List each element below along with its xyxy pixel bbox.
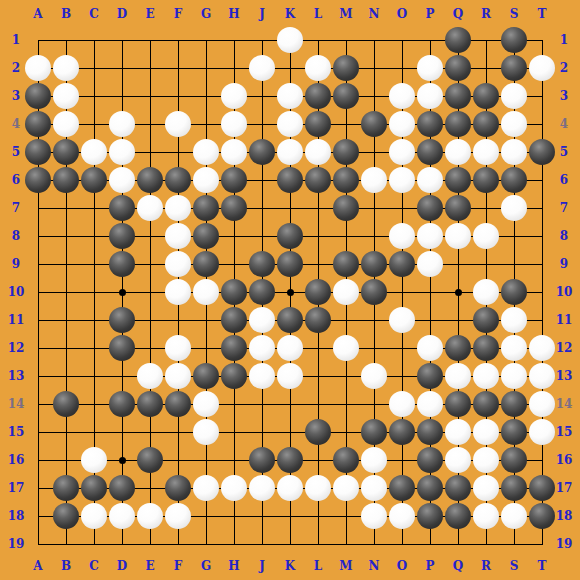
stone-black-M6 [333,167,359,193]
row-label-right-15: 15 [556,426,573,438]
stone-black-D8 [109,223,135,249]
col-label-bottom-H: H [228,560,239,572]
stone-white-M12 [333,335,359,361]
stone-black-T18 [529,503,555,529]
stone-black-R4 [473,111,499,137]
row-label-right-2: 2 [560,62,568,74]
stone-black-H6 [221,167,247,193]
col-label-top-G: G [201,8,211,20]
stone-white-R8 [473,223,499,249]
stone-black-N10 [361,279,387,305]
stone-black-L11 [305,307,331,333]
stone-black-S6 [501,167,527,193]
stone-black-P18 [417,503,443,529]
row-label-right-12: 12 [556,342,573,354]
row-label-left-14: 14 [8,398,25,410]
stone-white-R13 [473,363,499,389]
stone-black-D7 [109,195,135,221]
stone-black-T17 [529,475,555,501]
col-label-bottom-L: L [314,560,322,572]
stone-black-B14 [53,391,79,417]
stone-white-E13 [137,363,163,389]
grid-line-horizontal [38,544,543,545]
stone-black-D12 [109,335,135,361]
stone-white-R15 [473,419,499,445]
stone-white-H4 [221,111,247,137]
stone-white-N13 [361,363,387,389]
stone-black-F6 [165,167,191,193]
row-label-right-11: 11 [556,314,573,326]
stone-black-S17 [501,475,527,501]
col-label-top-Q: Q [453,8,463,20]
stone-white-N16 [361,447,387,473]
stone-white-S3 [501,83,527,109]
col-label-top-B: B [61,8,71,20]
row-label-left-19: 19 [8,538,25,550]
stone-white-B2 [53,55,79,81]
stone-white-K12 [277,335,303,361]
stone-white-S11 [501,307,527,333]
stone-white-F12 [165,335,191,361]
stone-white-P8 [417,223,443,249]
stone-black-M5 [333,139,359,165]
row-label-left-1: 1 [12,34,20,46]
stone-black-E14 [137,391,163,417]
stone-white-J2 [249,55,275,81]
stone-black-F14 [165,391,191,417]
col-label-bottom-G: G [201,560,211,572]
stone-white-B3 [53,83,79,109]
row-label-left-10: 10 [8,286,25,298]
row-label-left-12: 12 [8,342,25,354]
col-label-top-C: C [89,8,99,20]
stone-black-J10 [249,279,275,305]
col-label-top-E: E [145,8,154,20]
stone-white-P12 [417,335,443,361]
stone-black-R3 [473,83,499,109]
go-board[interactable]: AABBCCDDEEFFGGHHJJKKLLMMNNOOPPQQRRSSTT11… [0,0,580,580]
stone-white-K3 [277,83,303,109]
stone-black-Q2 [445,55,471,81]
col-label-bottom-F: F [174,560,183,572]
stone-white-S5 [501,139,527,165]
stone-white-Q16 [445,447,471,473]
stone-white-P3 [417,83,443,109]
row-label-left-9: 9 [12,258,20,270]
stone-white-O6 [389,167,415,193]
stone-black-Q12 [445,335,471,361]
stone-white-L2 [305,55,331,81]
stone-black-H7 [221,195,247,221]
stone-black-O17 [389,475,415,501]
stone-white-F4 [165,111,191,137]
row-label-left-15: 15 [8,426,25,438]
stone-white-P14 [417,391,443,417]
stone-white-T2 [529,55,555,81]
col-label-top-J: J [259,8,265,20]
stone-black-N15 [361,419,387,445]
stone-white-Q5 [445,139,471,165]
row-label-right-6: 6 [560,174,568,186]
stone-black-Q14 [445,391,471,417]
star-point [119,289,126,296]
row-label-left-17: 17 [8,482,25,494]
stone-black-G7 [193,195,219,221]
stone-black-C17 [81,475,107,501]
col-label-top-N: N [369,8,380,20]
col-label-top-K: K [285,8,295,20]
col-label-top-R: R [481,8,491,20]
stone-black-P4 [417,111,443,137]
stone-black-D11 [109,307,135,333]
row-label-right-5: 5 [560,146,568,158]
col-label-top-T: T [538,8,547,20]
stone-black-J5 [249,139,275,165]
stone-black-S1 [501,27,527,53]
stone-white-D6 [109,167,135,193]
stone-white-P2 [417,55,443,81]
stone-black-M16 [333,447,359,473]
stone-black-S14 [501,391,527,417]
stone-black-S2 [501,55,527,81]
stone-white-N18 [361,503,387,529]
stone-black-P16 [417,447,443,473]
col-label-bottom-N: N [369,560,380,572]
stone-white-F10 [165,279,191,305]
col-label-bottom-C: C [89,560,99,572]
stone-white-S13 [501,363,527,389]
star-point [455,289,462,296]
stone-white-Q13 [445,363,471,389]
stone-black-S15 [501,419,527,445]
stone-black-M9 [333,251,359,277]
stone-black-J9 [249,251,275,277]
stone-white-O14 [389,391,415,417]
stone-black-F17 [165,475,191,501]
stone-black-R12 [473,335,499,361]
stone-white-D5 [109,139,135,165]
stone-white-A2 [25,55,51,81]
stone-white-S12 [501,335,527,361]
stone-white-C5 [81,139,107,165]
stone-black-Q3 [445,83,471,109]
col-label-bottom-B: B [61,560,71,572]
stone-black-P17 [417,475,443,501]
grid-line-vertical [542,40,543,545]
stone-black-R11 [473,307,499,333]
col-label-bottom-T: T [538,560,547,572]
stone-white-T12 [529,335,555,361]
stone-white-F13 [165,363,191,389]
stone-black-Q1 [445,27,471,53]
stone-white-Q8 [445,223,471,249]
stone-black-G9 [193,251,219,277]
stone-black-L15 [305,419,331,445]
row-label-right-16: 16 [556,454,573,466]
stone-white-O4 [389,111,415,137]
stone-white-L5 [305,139,331,165]
col-label-bottom-M: M [339,560,352,572]
star-point [119,457,126,464]
stone-black-N4 [361,111,387,137]
stone-black-H13 [221,363,247,389]
stone-white-R10 [473,279,499,305]
row-label-left-13: 13 [8,370,25,382]
stone-white-R5 [473,139,499,165]
col-label-top-A: A [33,8,42,20]
stone-black-Q17 [445,475,471,501]
stone-white-H17 [221,475,247,501]
stone-white-G14 [193,391,219,417]
stone-black-Q7 [445,195,471,221]
stone-white-O5 [389,139,415,165]
stone-black-B18 [53,503,79,529]
stone-black-Q6 [445,167,471,193]
stone-white-Q15 [445,419,471,445]
col-label-top-M: M [339,8,352,20]
stone-white-O3 [389,83,415,109]
stone-black-C6 [81,167,107,193]
stone-black-D9 [109,251,135,277]
stone-white-E7 [137,195,163,221]
col-label-bottom-A: A [33,560,42,572]
col-label-top-P: P [425,8,434,20]
stone-white-F18 [165,503,191,529]
stone-black-O15 [389,419,415,445]
stone-white-M17 [333,475,359,501]
row-label-left-11: 11 [8,314,25,326]
stone-white-R18 [473,503,499,529]
row-label-left-7: 7 [12,202,20,214]
stone-black-L6 [305,167,331,193]
row-label-right-1: 1 [560,34,568,46]
row-label-left-16: 16 [8,454,25,466]
stone-black-B6 [53,167,79,193]
stone-black-A6 [25,167,51,193]
stone-black-A5 [25,139,51,165]
col-label-bottom-R: R [481,560,491,572]
col-label-top-F: F [174,8,183,20]
row-label-right-19: 19 [556,538,573,550]
row-label-right-18: 18 [556,510,573,522]
star-point [287,289,294,296]
stone-white-S7 [501,195,527,221]
stone-white-C18 [81,503,107,529]
col-label-bottom-K: K [285,560,295,572]
stone-black-G8 [193,223,219,249]
row-label-right-17: 17 [556,482,573,494]
stone-black-K11 [277,307,303,333]
stone-black-G13 [193,363,219,389]
stone-black-P13 [417,363,443,389]
stone-white-K1 [277,27,303,53]
row-label-right-4: 4 [560,118,568,130]
stone-black-R14 [473,391,499,417]
row-label-left-6: 6 [12,174,20,186]
stone-white-S4 [501,111,527,137]
col-label-bottom-P: P [425,560,434,572]
stone-black-Q4 [445,111,471,137]
stone-black-N9 [361,251,387,277]
stone-white-H3 [221,83,247,109]
row-label-left-2: 2 [12,62,20,74]
stone-white-S18 [501,503,527,529]
stone-white-C16 [81,447,107,473]
stone-black-E16 [137,447,163,473]
stone-white-G6 [193,167,219,193]
stone-white-G17 [193,475,219,501]
stone-white-G10 [193,279,219,305]
col-label-bottom-Q: Q [453,560,463,572]
stone-black-O9 [389,251,415,277]
stone-white-O18 [389,503,415,529]
stone-white-D18 [109,503,135,529]
stone-black-A4 [25,111,51,137]
stone-black-M7 [333,195,359,221]
stone-black-L3 [305,83,331,109]
col-label-bottom-J: J [259,560,265,572]
row-label-right-10: 10 [556,286,573,298]
col-label-top-O: O [397,8,407,20]
col-label-top-D: D [117,8,127,20]
stone-white-O8 [389,223,415,249]
row-label-right-9: 9 [560,258,568,270]
stone-black-H10 [221,279,247,305]
stone-white-J17 [249,475,275,501]
row-label-right-3: 3 [560,90,568,102]
stone-white-T14 [529,391,555,417]
row-label-right-13: 13 [556,370,573,382]
stone-white-J11 [249,307,275,333]
stone-black-B5 [53,139,79,165]
col-label-bottom-D: D [117,560,127,572]
row-label-left-4: 4 [12,118,20,130]
stone-white-R16 [473,447,499,473]
stone-black-E6 [137,167,163,193]
stone-black-D14 [109,391,135,417]
stone-white-G15 [193,419,219,445]
stone-black-P15 [417,419,443,445]
stone-black-J16 [249,447,275,473]
col-label-bottom-S: S [510,560,519,572]
stone-black-R6 [473,167,499,193]
stone-black-Q18 [445,503,471,529]
col-label-bottom-E: E [145,560,154,572]
stone-black-A3 [25,83,51,109]
row-label-left-5: 5 [12,146,20,158]
stone-black-L10 [305,279,331,305]
stone-white-K13 [277,363,303,389]
stone-white-J12 [249,335,275,361]
stone-white-K4 [277,111,303,137]
stone-white-T13 [529,363,555,389]
col-label-top-L: L [314,8,322,20]
stone-black-S10 [501,279,527,305]
col-label-top-H: H [228,8,239,20]
stone-white-F9 [165,251,191,277]
row-label-left-3: 3 [12,90,20,102]
stone-black-K8 [277,223,303,249]
stone-white-T15 [529,419,555,445]
stone-white-E18 [137,503,163,529]
stone-black-L4 [305,111,331,137]
col-label-bottom-O: O [397,560,407,572]
stone-white-N17 [361,475,387,501]
stone-white-R17 [473,475,499,501]
row-label-left-8: 8 [12,230,20,242]
stone-white-P9 [417,251,443,277]
stone-white-K17 [277,475,303,501]
stone-black-K9 [277,251,303,277]
stone-black-H12 [221,335,247,361]
row-label-left-18: 18 [8,510,25,522]
stone-black-P5 [417,139,443,165]
row-label-right-8: 8 [560,230,568,242]
stone-white-O11 [389,307,415,333]
stone-black-M2 [333,55,359,81]
stone-white-K5 [277,139,303,165]
stone-white-G5 [193,139,219,165]
stone-white-N6 [361,167,387,193]
stone-black-K16 [277,447,303,473]
stone-black-S16 [501,447,527,473]
row-label-right-7: 7 [560,202,568,214]
stone-white-P6 [417,167,443,193]
stone-black-M3 [333,83,359,109]
stone-black-P7 [417,195,443,221]
stone-black-K6 [277,167,303,193]
stone-white-J13 [249,363,275,389]
stone-white-B4 [53,111,79,137]
stone-white-H5 [221,139,247,165]
stone-white-M10 [333,279,359,305]
row-label-right-14: 14 [556,398,573,410]
col-label-top-S: S [510,8,519,20]
stone-black-H11 [221,307,247,333]
stone-white-L17 [305,475,331,501]
stone-white-F7 [165,195,191,221]
stone-black-T5 [529,139,555,165]
stone-white-D4 [109,111,135,137]
stone-black-D17 [109,475,135,501]
stone-white-F8 [165,223,191,249]
stone-black-B17 [53,475,79,501]
